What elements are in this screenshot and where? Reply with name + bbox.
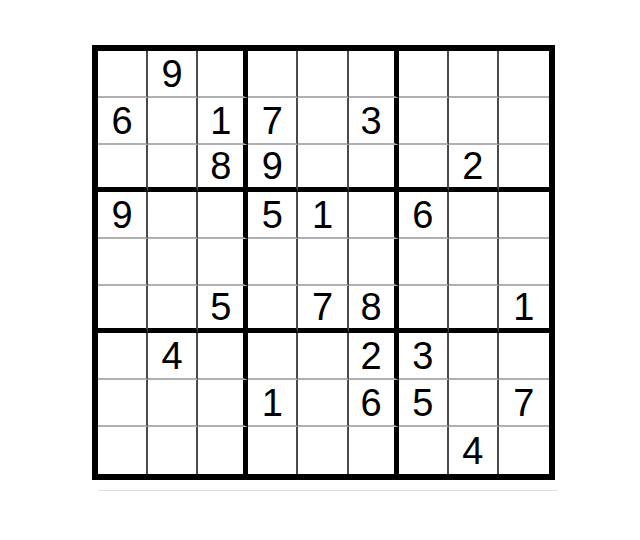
cell-r1c7[interactable]: [399, 51, 449, 98]
cell-r5c4[interactable]: [248, 239, 298, 286]
cell-r1c3[interactable]: [198, 51, 248, 98]
cell-r9c9[interactable]: [499, 427, 549, 474]
cell-r2c6[interactable]: 3: [349, 98, 399, 145]
cell-r3c7[interactable]: [399, 145, 449, 192]
cell-r4c9[interactable]: [499, 192, 549, 239]
cell-r4c2[interactable]: [148, 192, 198, 239]
cell-r6c2[interactable]: [148, 286, 198, 333]
cell-r4c5[interactable]: 1: [298, 192, 348, 239]
cell-r5c2[interactable]: [148, 239, 198, 286]
cell-r7c4[interactable]: [248, 333, 298, 380]
cell-r9c4[interactable]: [248, 427, 298, 474]
cell-r5c6[interactable]: [349, 239, 399, 286]
cell-r9c8[interactable]: 4: [449, 427, 499, 474]
sudoku-page: 961738929516578142316574: [0, 0, 640, 540]
cell-r1c9[interactable]: [499, 51, 549, 98]
cell-r8c6[interactable]: 6: [349, 380, 399, 427]
cell-r1c2[interactable]: 9: [148, 51, 198, 98]
cell-r1c5[interactable]: [298, 51, 348, 98]
cell-r3c5[interactable]: [298, 145, 348, 192]
cell-r8c4[interactable]: 1: [248, 380, 298, 427]
cell-r2c4[interactable]: 7: [248, 98, 298, 145]
cell-r2c7[interactable]: [399, 98, 449, 145]
cell-r3c6[interactable]: [349, 145, 399, 192]
cell-r9c7[interactable]: [399, 427, 449, 474]
cell-r1c8[interactable]: [449, 51, 499, 98]
cell-r5c3[interactable]: [198, 239, 248, 286]
cell-r6c8[interactable]: [449, 286, 499, 333]
cell-r6c5[interactable]: 7: [298, 286, 348, 333]
cell-r7c3[interactable]: [198, 333, 248, 380]
cell-r8c3[interactable]: [198, 380, 248, 427]
cell-r2c8[interactable]: [449, 98, 499, 145]
cell-r5c7[interactable]: [399, 239, 449, 286]
cell-r7c8[interactable]: [449, 333, 499, 380]
cell-r8c2[interactable]: [148, 380, 198, 427]
cell-r4c8[interactable]: [449, 192, 499, 239]
cell-r9c2[interactable]: [148, 427, 198, 474]
cell-r3c1[interactable]: [98, 145, 148, 192]
cell-r2c1[interactable]: 6: [98, 98, 148, 145]
cell-r2c9[interactable]: [499, 98, 549, 145]
cell-r5c9[interactable]: [499, 239, 549, 286]
cell-r9c5[interactable]: [298, 427, 348, 474]
cell-r8c7[interactable]: 5: [399, 380, 449, 427]
cell-r1c1[interactable]: [98, 51, 148, 98]
cell-r2c2[interactable]: [148, 98, 198, 145]
cell-r2c3[interactable]: 1: [198, 98, 248, 145]
cell-r7c2[interactable]: 4: [148, 333, 198, 380]
cell-r9c1[interactable]: [98, 427, 148, 474]
cell-r3c4[interactable]: 9: [248, 145, 298, 192]
cell-r3c8[interactable]: 2: [449, 145, 499, 192]
cell-r4c3[interactable]: [198, 192, 248, 239]
cell-r8c1[interactable]: [98, 380, 148, 427]
sudoku-board: 961738929516578142316574: [92, 45, 555, 480]
cell-r5c1[interactable]: [98, 239, 148, 286]
cell-r3c9[interactable]: [499, 145, 549, 192]
board-shadow-line: [99, 490, 557, 491]
cell-r8c8[interactable]: [449, 380, 499, 427]
cell-r4c4[interactable]: 5: [248, 192, 298, 239]
cell-r6c3[interactable]: 5: [198, 286, 248, 333]
cell-r3c3[interactable]: 8: [198, 145, 248, 192]
cell-r8c5[interactable]: [298, 380, 348, 427]
cell-r7c7[interactable]: 3: [399, 333, 449, 380]
cell-r3c2[interactable]: [148, 145, 198, 192]
cell-r4c1[interactable]: 9: [98, 192, 148, 239]
cell-r7c1[interactable]: [98, 333, 148, 380]
cell-r4c7[interactable]: 6: [399, 192, 449, 239]
cell-r2c5[interactable]: [298, 98, 348, 145]
cell-r7c9[interactable]: [499, 333, 549, 380]
cell-r7c5[interactable]: [298, 333, 348, 380]
cell-r6c9[interactable]: 1: [499, 286, 549, 333]
cell-r6c6[interactable]: 8: [349, 286, 399, 333]
cell-r1c4[interactable]: [248, 51, 298, 98]
cell-r1c6[interactable]: [349, 51, 399, 98]
cell-r7c6[interactable]: 2: [349, 333, 399, 380]
cell-r9c3[interactable]: [198, 427, 248, 474]
cell-r8c9[interactable]: 7: [499, 380, 549, 427]
cell-r4c6[interactable]: [349, 192, 399, 239]
cell-r6c1[interactable]: [98, 286, 148, 333]
cell-r5c5[interactable]: [298, 239, 348, 286]
cell-r5c8[interactable]: [449, 239, 499, 286]
cell-r6c7[interactable]: [399, 286, 449, 333]
cell-r6c4[interactable]: [248, 286, 298, 333]
cell-r9c6[interactable]: [349, 427, 399, 474]
